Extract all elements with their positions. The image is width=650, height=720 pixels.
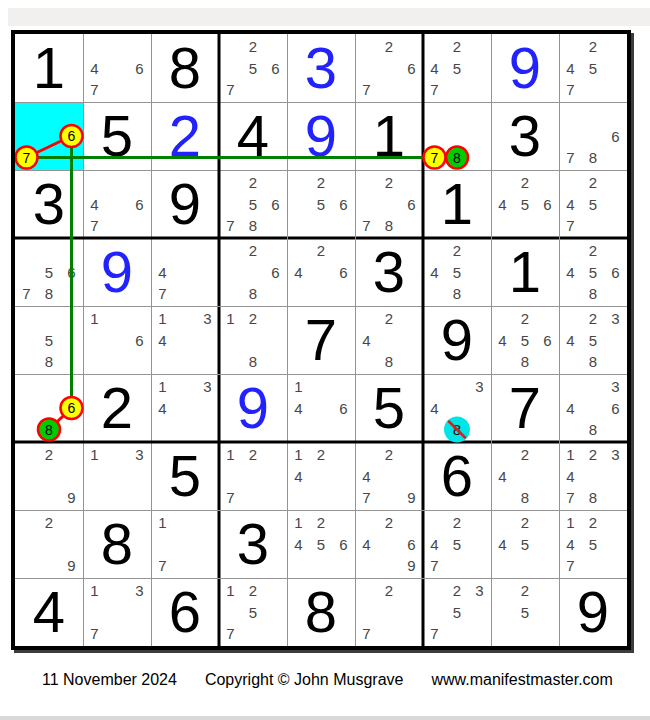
candidate-4: 4	[560, 465, 582, 487]
candidate-8: 8	[242, 283, 264, 305]
candidate-2: 2	[242, 308, 264, 330]
candidate-2: 2	[446, 240, 468, 262]
solved-digit: 9	[491, 34, 559, 102]
cell-r2c2[interactable]: 5	[83, 102, 151, 170]
candidate-6: 6	[333, 193, 355, 215]
cell-r1c7[interactable]: 2457	[423, 34, 491, 102]
candidate-3: 3	[129, 444, 151, 466]
candidate-7: 7	[220, 215, 242, 237]
cell-r5c3[interactable]: 134	[151, 306, 219, 374]
cell-r9c6[interactable]: 27	[355, 578, 423, 646]
candidate-2: 2	[514, 172, 536, 194]
candidate-7: 7	[84, 79, 106, 101]
candidate-6: 6	[129, 193, 151, 215]
candidate-5: 5	[38, 261, 60, 283]
cell-r3c7[interactable]: 1	[423, 170, 491, 238]
candidate-8: 8	[514, 351, 536, 373]
footer: 11 November 2024 Copyright © John Musgra…	[42, 671, 613, 689]
cell-r5c1[interactable]: 58	[15, 306, 83, 374]
candidate-6: 6	[333, 397, 355, 419]
candidate-2: 2	[38, 512, 60, 534]
cell-r1c3[interactable]: 8	[151, 34, 219, 102]
solved-digit: 9	[83, 238, 151, 306]
given-digit: 5	[83, 102, 151, 170]
candidate-4: 4	[560, 57, 582, 79]
given-digit: 4	[15, 578, 83, 646]
given-digit: 1	[423, 170, 491, 238]
given-digit: 9	[423, 306, 491, 374]
candidate-3: 3	[605, 444, 627, 466]
candidate-7: 7	[560, 79, 582, 101]
candidate-8: 8	[582, 419, 604, 441]
candidate-2: 2	[514, 444, 536, 466]
cell-r8c9[interactable]: 12457	[559, 510, 627, 578]
candidate-2: 2	[242, 172, 264, 194]
candidate-2: 2	[378, 444, 400, 466]
candidate-2: 2	[310, 512, 332, 534]
candidate-5: 5	[242, 193, 264, 215]
cell-r5c4[interactable]: 128	[219, 306, 287, 374]
given-digit: 5	[151, 442, 219, 510]
candidate-1: 1	[560, 444, 582, 466]
cell-r1c1[interactable]: 1	[15, 34, 83, 102]
cell-r9c9[interactable]: 9	[559, 578, 627, 646]
candidate-4: 4	[424, 57, 446, 79]
cell-r7c9[interactable]: 123478	[559, 442, 627, 510]
given-digit: 6	[151, 578, 219, 646]
candidate-2: 2	[514, 512, 536, 534]
candidate-7: 7	[356, 623, 378, 645]
given-digit: 7	[287, 306, 355, 374]
candidate-6: 6	[129, 57, 151, 79]
candidate-1: 1	[288, 512, 310, 534]
candidate-2: 2	[310, 444, 332, 466]
candidate-6: 6	[333, 261, 355, 283]
cell-r2c8[interactable]: 3	[491, 102, 559, 170]
candidate-2: 2	[310, 240, 332, 262]
cell-r9c5[interactable]: 8	[287, 578, 355, 646]
cell-r7c2[interactable]: 13	[83, 442, 151, 510]
candidate-2: 2	[242, 240, 264, 262]
cell-r7c7[interactable]: 6	[423, 442, 491, 510]
given-digit: 2	[83, 374, 151, 442]
candidate-5: 5	[38, 329, 60, 351]
candidate-9: 9	[61, 487, 83, 509]
candidate-6: 6	[333, 533, 355, 555]
candidate-9: 9	[61, 555, 83, 577]
candidate-7: 7	[560, 487, 582, 509]
candidate-2: 2	[378, 308, 400, 330]
cell-r3c2[interactable]: 467	[83, 170, 151, 238]
cell-r6c6[interactable]: 5	[355, 374, 423, 442]
cell-r3c8[interactable]: 2456	[491, 170, 559, 238]
candidate-7: 7	[84, 215, 106, 237]
candidate-8: 8	[242, 215, 264, 237]
candidate-4: 4	[492, 329, 514, 351]
candidate-1: 1	[220, 444, 242, 466]
cell-r4c8[interactable]: 1	[491, 238, 559, 306]
cell-r1c8[interactable]: 9	[491, 34, 559, 102]
candidate-2: 2	[582, 240, 604, 262]
candidate-8: 8	[582, 283, 604, 305]
candidate-2: 2	[38, 444, 60, 466]
solved-digit: 3	[287, 34, 355, 102]
given-digit: 1	[491, 238, 559, 306]
given-digit: 4	[219, 102, 287, 170]
cell-r1c9[interactable]: 2457	[559, 34, 627, 102]
candidate-7: 7	[424, 623, 446, 645]
candidate-9: 9	[401, 487, 423, 509]
candidate-2: 2	[242, 444, 264, 466]
cell-r8c2[interactable]: 8	[83, 510, 151, 578]
candidate-4: 4	[288, 465, 310, 487]
candidate-7: 7	[560, 215, 582, 237]
candidate-2: 2	[582, 172, 604, 194]
candidate-2: 2	[582, 308, 604, 330]
candidate-2: 2	[514, 580, 536, 602]
candidate-5: 5	[582, 261, 604, 283]
solved-digit: 9	[287, 102, 355, 170]
candidate-5: 5	[514, 533, 536, 555]
cell-r4c6[interactable]: 3	[355, 238, 423, 306]
candidate-6: 6	[401, 533, 423, 555]
candidate-7: 7	[560, 555, 582, 577]
candidate-9: 9	[401, 555, 423, 577]
candidate-4: 4	[424, 261, 446, 283]
candidate-5: 5	[446, 261, 468, 283]
candidate-3: 3	[197, 376, 219, 398]
candidate-4: 4	[492, 193, 514, 215]
candidate-1: 1	[220, 308, 242, 330]
cell-r1c6[interactable]: 267	[355, 34, 423, 102]
candidate-4: 4	[288, 261, 310, 283]
cell-r9c7[interactable]: 2357	[423, 578, 491, 646]
candidate-8: 8	[38, 283, 60, 305]
candidate-7: 7	[84, 623, 106, 645]
candidate-1: 1	[152, 512, 174, 534]
candidate-4: 4	[152, 329, 174, 351]
candidate-6: 6	[537, 193, 559, 215]
candidate-8: 8	[242, 351, 264, 373]
candidate-4: 4	[560, 261, 582, 283]
cell-r6c5[interactable]: 146	[287, 374, 355, 442]
candidate-7: 7	[356, 215, 378, 237]
cell-r7c5[interactable]: 124	[287, 442, 355, 510]
candidate-1: 1	[84, 444, 106, 466]
cell-r5c8[interactable]: 24568	[491, 306, 559, 374]
candidate-7: 7	[220, 79, 242, 101]
cell-r3c3[interactable]: 9	[151, 170, 219, 238]
candidate-1: 1	[220, 580, 242, 602]
candidate-3: 3	[605, 376, 627, 398]
candidate-4: 4	[356, 533, 378, 555]
cell-r8c6[interactable]: 2469	[355, 510, 423, 578]
candidate-2: 2	[514, 308, 536, 330]
candidate-2: 2	[582, 512, 604, 534]
cell-r8c8[interactable]: 245	[491, 510, 559, 578]
candidate-1: 1	[288, 376, 310, 398]
cell-r2c5[interactable]: 9	[287, 102, 355, 170]
cell-r2c7[interactable]	[423, 102, 491, 170]
cell-r7c3[interactable]: 5	[151, 442, 219, 510]
candidate-1: 1	[152, 308, 174, 330]
cell-r5c5[interactable]: 7	[287, 306, 355, 374]
candidate-8: 8	[378, 215, 400, 237]
candidate-2: 2	[242, 36, 264, 58]
given-digit: 3	[491, 102, 559, 170]
given-digit: 6	[423, 442, 491, 510]
candidate-6: 6	[129, 329, 151, 351]
candidate-2: 2	[446, 512, 468, 534]
candidate-1: 1	[288, 444, 310, 466]
candidate-2: 2	[582, 36, 604, 58]
candidate-7: 7	[16, 283, 38, 305]
candidate-1: 1	[560, 512, 582, 534]
candidate-2: 2	[378, 580, 400, 602]
candidate-5: 5	[514, 601, 536, 623]
cell-r4c9[interactable]: 24568	[559, 238, 627, 306]
candidate-2: 2	[378, 172, 400, 194]
given-digit: 1	[15, 34, 83, 102]
cell-r2c6[interactable]: 1	[355, 102, 423, 170]
cell-r1c4[interactable]: 2567	[219, 34, 287, 102]
cell-r1c5[interactable]: 3	[287, 34, 355, 102]
candidate-6: 6	[265, 193, 287, 215]
candidate-5: 5	[514, 193, 536, 215]
footer-website: www.manifestmaster.com	[431, 671, 612, 689]
cell-r5c2[interactable]: 16	[83, 306, 151, 374]
candidate-5: 5	[446, 533, 468, 555]
candidate-7: 7	[220, 487, 242, 509]
candidate-5: 5	[514, 329, 536, 351]
cell-r5c6[interactable]: 248	[355, 306, 423, 374]
candidate-6: 6	[605, 125, 627, 147]
candidate-4: 4	[288, 397, 310, 419]
candidate-5: 5	[310, 193, 332, 215]
candidate-7: 7	[424, 555, 446, 577]
candidate-2: 2	[446, 36, 468, 58]
sudoku-board: 1467825673267245792457524913678346792567…	[11, 30, 631, 650]
cell-r4c2[interactable]: 9	[83, 238, 151, 306]
cell-r3c5[interactable]: 256	[287, 170, 355, 238]
cell-r8c4[interactable]: 3	[219, 510, 287, 578]
candidate-4: 4	[356, 329, 378, 351]
candidate-4: 4	[424, 397, 446, 419]
candidate-8: 8	[38, 351, 60, 373]
cell-layer: 1467825673267245792457524913678346792567…	[15, 34, 627, 646]
candidate-5: 5	[242, 57, 264, 79]
solved-digit: 2	[151, 102, 219, 170]
candidate-4: 4	[492, 533, 514, 555]
candidate-6: 6	[605, 397, 627, 419]
footer-date: 11 November 2024	[42, 671, 177, 689]
candidate-4: 4	[84, 193, 106, 215]
candidate-4: 4	[424, 533, 446, 555]
given-digit: 8	[151, 34, 219, 102]
candidate-4: 4	[288, 533, 310, 555]
cell-r5c9[interactable]: 23458	[559, 306, 627, 374]
candidate-7: 7	[356, 487, 378, 509]
cell-r6c1[interactable]	[15, 374, 83, 442]
cell-r4c1[interactable]: 5678	[15, 238, 83, 306]
cell-r4c3[interactable]: 47	[151, 238, 219, 306]
candidate-8: 8	[582, 351, 604, 373]
cell-r2c9[interactable]: 678	[559, 102, 627, 170]
candidate-8: 8	[582, 147, 604, 169]
candidate-7: 7	[220, 623, 242, 645]
cell-r5c7[interactable]: 9	[423, 306, 491, 374]
cell-r4c4[interactable]: 268	[219, 238, 287, 306]
candidate-4: 4	[560, 533, 582, 555]
candidate-1: 1	[84, 308, 106, 330]
given-digit: 1	[355, 102, 423, 170]
candidate-2: 2	[378, 36, 400, 58]
cell-r7c1[interactable]: 29	[15, 442, 83, 510]
cell-r2c4[interactable]: 4	[219, 102, 287, 170]
cell-r3c9[interactable]: 2457	[559, 170, 627, 238]
candidate-5: 5	[242, 601, 264, 623]
candidate-6: 6	[401, 193, 423, 215]
candidate-2: 2	[310, 172, 332, 194]
cell-r8c5[interactable]: 12456	[287, 510, 355, 578]
candidate-3: 3	[469, 376, 491, 398]
cell-r9c4[interactable]: 1257	[219, 578, 287, 646]
cell-r9c8[interactable]: 25	[491, 578, 559, 646]
solved-digit: 9	[219, 374, 287, 442]
candidate-3: 3	[605, 308, 627, 330]
window-strip	[8, 8, 650, 26]
cell-r4c7[interactable]: 2458	[423, 238, 491, 306]
given-digit: 9	[151, 170, 219, 238]
cell-r8c1[interactable]: 29	[15, 510, 83, 578]
candidate-4: 4	[560, 397, 582, 419]
candidate-4: 4	[152, 397, 174, 419]
cell-r3c4[interactable]: 25678	[219, 170, 287, 238]
candidate-1: 1	[152, 376, 174, 398]
cell-r7c6[interactable]: 2479	[355, 442, 423, 510]
candidate-1: 1	[84, 580, 106, 602]
candidate-7: 7	[424, 79, 446, 101]
given-digit: 5	[355, 374, 423, 442]
candidate-2: 2	[446, 580, 468, 602]
cell-r2c1[interactable]	[15, 102, 83, 170]
given-digit: 9	[559, 578, 627, 646]
candidate-4: 4	[84, 57, 106, 79]
candidate-6: 6	[605, 261, 627, 283]
candidate-3: 3	[129, 580, 151, 602]
candidate-5: 5	[582, 329, 604, 351]
cell-r6c7[interactable]: 34	[423, 374, 491, 442]
candidate-7: 7	[152, 555, 174, 577]
candidate-5: 5	[582, 193, 604, 215]
cell-r8c3[interactable]: 17	[151, 510, 219, 578]
cell-r4c5[interactable]: 246	[287, 238, 355, 306]
candidate-2: 2	[378, 512, 400, 534]
bottom-strip	[0, 716, 650, 720]
cell-r9c1[interactable]: 4	[15, 578, 83, 646]
candidate-5: 5	[582, 533, 604, 555]
candidate-8: 8	[446, 283, 468, 305]
candidate-6: 6	[401, 57, 423, 79]
cell-r6c9[interactable]: 3468	[559, 374, 627, 442]
given-digit: 8	[287, 578, 355, 646]
cell-r7c4[interactable]: 127	[219, 442, 287, 510]
candidate-8: 8	[582, 487, 604, 509]
given-digit: 3	[355, 238, 423, 306]
candidate-8: 8	[514, 487, 536, 509]
cell-r2c3[interactable]: 2	[151, 102, 219, 170]
candidate-4: 4	[356, 465, 378, 487]
given-digit: 8	[83, 510, 151, 578]
candidate-8: 8	[378, 351, 400, 373]
candidate-6: 6	[61, 261, 83, 283]
candidate-2: 2	[582, 444, 604, 466]
candidate-4: 4	[560, 193, 582, 215]
cell-r6c8[interactable]: 7	[491, 374, 559, 442]
candidate-5: 5	[446, 57, 468, 79]
candidate-7: 7	[152, 283, 174, 305]
cell-r6c4[interactable]: 9	[219, 374, 287, 442]
candidate-5: 5	[446, 601, 468, 623]
footer-copyright: Copyright © John Musgrave	[205, 671, 404, 689]
candidate-7: 7	[356, 79, 378, 101]
cell-r3c6[interactable]: 2678	[355, 170, 423, 238]
given-digit: 3	[219, 510, 287, 578]
candidate-3: 3	[469, 580, 491, 602]
given-digit: 3	[15, 170, 83, 238]
candidate-7: 7	[560, 147, 582, 169]
candidate-5: 5	[310, 533, 332, 555]
candidate-4: 4	[492, 465, 514, 487]
cell-r1c2[interactable]: 467	[83, 34, 151, 102]
cell-r6c3[interactable]: 134	[151, 374, 219, 442]
cell-r3c1[interactable]: 3	[15, 170, 83, 238]
candidate-4: 4	[152, 261, 174, 283]
given-digit: 7	[491, 374, 559, 442]
cell-r6c2[interactable]: 2	[83, 374, 151, 442]
candidate-5: 5	[582, 57, 604, 79]
candidate-6: 6	[537, 329, 559, 351]
cell-r7c8[interactable]: 248	[491, 442, 559, 510]
candidate-2: 2	[242, 580, 264, 602]
cell-r9c3[interactable]: 6	[151, 578, 219, 646]
cell-r9c2[interactable]: 137	[83, 578, 151, 646]
candidate-6: 6	[265, 57, 287, 79]
candidate-3: 3	[197, 308, 219, 330]
cell-r8c7[interactable]: 2457	[423, 510, 491, 578]
candidate-4: 4	[560, 329, 582, 351]
candidate-6: 6	[265, 261, 287, 283]
